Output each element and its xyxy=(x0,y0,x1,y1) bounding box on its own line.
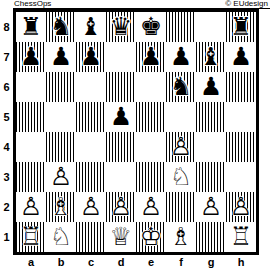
rank-label-7: 7 xyxy=(3,42,9,72)
rank-label-4: 4 xyxy=(3,132,9,162)
square-h1[interactable]: ♜♖ xyxy=(226,222,256,252)
white-queen-icon: ♛♕ xyxy=(106,222,136,252)
square-b8[interactable]: ♞ xyxy=(46,12,76,42)
square-h5[interactable] xyxy=(226,102,256,132)
square-h6[interactable] xyxy=(226,72,256,102)
square-e8[interactable]: ♚ xyxy=(136,12,166,42)
file-label-h: h xyxy=(226,255,256,270)
black-pawn-icon: ♟ xyxy=(106,102,136,132)
white-pawn-icon: ♟♙ xyxy=(76,192,106,222)
square-f8[interactable] xyxy=(166,12,196,42)
square-a6[interactable] xyxy=(16,72,46,102)
square-a4[interactable] xyxy=(16,132,46,162)
white-pawn-icon: ♟♙ xyxy=(196,192,226,222)
file-label-g: g xyxy=(196,255,226,270)
square-g2[interactable]: ♟♙ xyxy=(196,192,226,222)
square-c5[interactable] xyxy=(76,102,106,132)
square-c3[interactable] xyxy=(76,162,106,192)
square-c2[interactable]: ♟♙ xyxy=(76,192,106,222)
black-pawn-icon: ♟ xyxy=(16,42,46,72)
square-d1[interactable]: ♛♕ xyxy=(106,222,136,252)
white-pawn-icon: ♟♙ xyxy=(46,162,76,192)
square-f2[interactable] xyxy=(166,192,196,222)
square-d6[interactable] xyxy=(106,72,136,102)
file-label-e: e xyxy=(136,255,166,270)
square-b2[interactable]: ♝♗ xyxy=(46,192,76,222)
square-h3[interactable] xyxy=(226,162,256,192)
square-g3[interactable] xyxy=(196,162,226,192)
square-g4[interactable] xyxy=(196,132,226,162)
square-a7[interactable]: ♟ xyxy=(16,42,46,72)
white-knight-icon: ♞♘ xyxy=(46,222,76,252)
file-labels-row: abcdefgh xyxy=(16,255,270,270)
square-b5[interactable] xyxy=(46,102,76,132)
square-d4[interactable] xyxy=(106,132,136,162)
black-pawn-icon: ♟ xyxy=(46,42,76,72)
rank-label-8: 8 xyxy=(3,12,9,42)
black-bishop-icon: ♝ xyxy=(196,42,226,72)
file-label-b: b xyxy=(46,255,76,270)
rank-label-1: 1 xyxy=(3,222,9,252)
black-pawn-icon: ♟ xyxy=(226,42,256,72)
white-pawn-icon: ♟♙ xyxy=(136,192,166,222)
square-f1[interactable]: ♝♗ xyxy=(166,222,196,252)
square-f6[interactable]: ♞ xyxy=(166,72,196,102)
square-c6[interactable] xyxy=(76,72,106,102)
square-h4[interactable] xyxy=(226,132,256,162)
white-knight-icon: ♞♘ xyxy=(166,162,196,192)
white-pawn-icon: ♟♙ xyxy=(106,192,136,222)
black-rook-icon: ♜ xyxy=(16,12,46,42)
rank-label-2: 2 xyxy=(3,192,9,222)
square-d5[interactable]: ♟ xyxy=(106,102,136,132)
square-d8[interactable]: ♛ xyxy=(106,12,136,42)
black-pawn-icon: ♟ xyxy=(76,42,106,72)
square-e4[interactable] xyxy=(136,132,166,162)
square-g5[interactable] xyxy=(196,102,226,132)
white-bishop-icon: ♝♗ xyxy=(46,192,76,222)
black-king-icon: ♚ xyxy=(136,12,166,42)
black-knight-icon: ♞ xyxy=(166,72,196,102)
rank-labels-column: 87654321 xyxy=(0,9,13,255)
square-a5[interactable] xyxy=(16,102,46,132)
square-f7[interactable]: ♟ xyxy=(166,42,196,72)
black-pawn-icon: ♟ xyxy=(166,42,196,72)
square-d3[interactable] xyxy=(106,162,136,192)
square-b7[interactable]: ♟ xyxy=(46,42,76,72)
square-g6[interactable]: ♟ xyxy=(196,72,226,102)
black-rook-icon: ♜ xyxy=(226,12,256,42)
file-label-a: a xyxy=(16,255,46,270)
square-e1[interactable]: ♚♔ xyxy=(136,222,166,252)
square-c4[interactable] xyxy=(76,132,106,162)
white-bishop-icon: ♝♗ xyxy=(166,222,196,252)
square-e6[interactable] xyxy=(136,72,166,102)
copyright-text: © EUdesign xyxy=(225,0,268,8)
square-g1[interactable] xyxy=(196,222,226,252)
square-c8[interactable]: ♝ xyxy=(76,12,106,42)
white-pawn-icon: ♟♙ xyxy=(226,192,256,222)
file-label-f: f xyxy=(166,255,196,270)
square-a3[interactable] xyxy=(16,162,46,192)
white-rook-icon: ♜♖ xyxy=(16,222,46,252)
rank-label-5: 5 xyxy=(3,102,9,132)
square-a8[interactable]: ♜ xyxy=(16,12,46,42)
black-pawn-icon: ♟ xyxy=(196,72,226,102)
square-e3[interactable] xyxy=(136,162,166,192)
square-d2[interactable]: ♟♙ xyxy=(106,192,136,222)
square-h7[interactable]: ♟ xyxy=(226,42,256,72)
square-e2[interactable]: ♟♙ xyxy=(136,192,166,222)
file-label-c: c xyxy=(76,255,106,270)
chessops-window: ChessOps © EUdesign 87654321 ♜♞♝♛♚♜♟♟♟♟♟… xyxy=(0,0,270,270)
square-h2[interactable]: ♟♙ xyxy=(226,192,256,222)
square-c7[interactable]: ♟ xyxy=(76,42,106,72)
square-g8[interactable] xyxy=(196,12,226,42)
square-h8[interactable]: ♜ xyxy=(226,12,256,42)
white-pawn-icon: ♟♙ xyxy=(16,192,46,222)
file-label-d: d xyxy=(106,255,136,270)
square-f4[interactable]: ♟♙ xyxy=(166,132,196,162)
square-f3[interactable]: ♞♘ xyxy=(166,162,196,192)
rank-label-3: 3 xyxy=(3,162,9,192)
board-area: 87654321 ♜♞♝♛♚♜♟♟♟♟♟♝♟♞♟♟♟♙♟♙♞♘♟♙♝♗♟♙♟♙♟… xyxy=(0,9,270,255)
white-king-icon: ♚♔ xyxy=(136,222,166,252)
square-d7[interactable] xyxy=(106,42,136,72)
app-title: ChessOps xyxy=(14,0,51,8)
square-e7[interactable]: ♟ xyxy=(136,42,166,72)
square-c1[interactable] xyxy=(76,222,106,252)
square-a1[interactable]: ♜♖ xyxy=(16,222,46,252)
chess-board: ♜♞♝♛♚♜♟♟♟♟♟♝♟♞♟♟♟♙♟♙♞♘♟♙♝♗♟♙♟♙♟♙♟♙♟♙♜♖♞♘… xyxy=(13,9,259,255)
black-pawn-icon: ♟ xyxy=(136,42,166,72)
square-b1[interactable]: ♞♘ xyxy=(46,222,76,252)
white-pawn-icon: ♟♙ xyxy=(166,132,196,162)
black-bishop-icon: ♝ xyxy=(76,12,106,42)
rank-label-6: 6 xyxy=(3,72,9,102)
square-f5[interactable] xyxy=(166,102,196,132)
square-g7[interactable]: ♝ xyxy=(196,42,226,72)
square-b6[interactable] xyxy=(46,72,76,102)
square-b4[interactable] xyxy=(46,132,76,162)
square-a2[interactable]: ♟♙ xyxy=(16,192,46,222)
black-knight-icon: ♞ xyxy=(46,12,76,42)
square-e5[interactable] xyxy=(136,102,166,132)
title-bar: ChessOps © EUdesign xyxy=(13,0,270,9)
square-b3[interactable]: ♟♙ xyxy=(46,162,76,192)
white-rook-icon: ♜♖ xyxy=(226,222,256,252)
black-queen-icon: ♛ xyxy=(106,12,136,42)
